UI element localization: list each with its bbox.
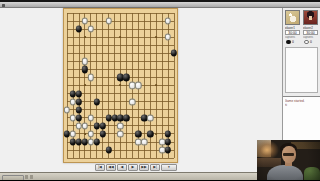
person-head (282, 146, 296, 163)
glasses (283, 153, 294, 156)
board-cell[interactable] (171, 122, 177, 130)
star-point (84, 36, 86, 38)
background-wall (291, 142, 320, 149)
person-neck (285, 161, 292, 166)
board-cell[interactable] (171, 130, 177, 138)
move-nav-button[interactable]: ◀ (117, 164, 127, 171)
move-nav-button[interactable]: ▶▶ (139, 164, 149, 171)
webcam-overlay (257, 140, 320, 180)
window-icon (2, 4, 5, 7)
person-shirt (267, 165, 303, 180)
go-board (63, 8, 178, 163)
taskbar-icon[interactable] (25, 175, 28, 179)
white-player-clock: 30:00 (303, 30, 318, 35)
move-nav-button[interactable]: ▶ (128, 164, 138, 171)
board-cell[interactable] (171, 90, 177, 98)
board-cell[interactable] (171, 81, 177, 89)
person-hair (280, 143, 297, 155)
board-cell[interactable] (171, 114, 177, 122)
black-captures: 0 (286, 39, 294, 45)
board-cell[interactable] (171, 49, 177, 57)
green-cushion (304, 167, 320, 180)
board-cell[interactable] (171, 17, 177, 25)
white-captures-count: 0 (310, 40, 312, 44)
white-captures: 0 (304, 39, 312, 45)
black-player-clock: 30:00 (285, 30, 300, 35)
move-nav: |◀◀◀◀▶▶▶▶|▾ (95, 164, 177, 172)
black-stone-icon (286, 40, 291, 45)
taskbar-start-button[interactable] (2, 175, 24, 181)
star-point (155, 133, 157, 135)
star-point (120, 36, 122, 38)
white-player-avatar (303, 10, 318, 25)
screen: Go game |◀◀◀◀▶▶▶▶|▾ player1 player2 30:0… (0, 0, 320, 180)
star-point (84, 85, 86, 87)
black-player-name: player1 (285, 26, 301, 30)
chat-message: hi (285, 103, 319, 107)
lamp-glow (257, 140, 279, 160)
board-cell[interactable] (171, 57, 177, 65)
board-cell[interactable] (171, 33, 177, 41)
star-point (155, 85, 157, 87)
board-cell[interactable] (171, 9, 177, 17)
board-cell[interactable] (171, 106, 177, 114)
star-point (155, 36, 157, 38)
move-nav-button[interactable]: ▶| (150, 164, 160, 171)
board-cell[interactable] (171, 146, 177, 154)
game-tree-area[interactable] (285, 47, 318, 93)
board-cell[interactable] (171, 41, 177, 49)
black-player-avatar (285, 10, 300, 25)
star-point (120, 85, 122, 87)
move-nav-button[interactable]: ▾ (161, 164, 177, 171)
white-stone-icon (304, 40, 309, 45)
board-cell[interactable] (171, 98, 177, 106)
move-nav-button[interactable]: |◀ (95, 164, 105, 171)
furniture (257, 158, 281, 167)
move-nav-button[interactable]: ◀◀ (106, 164, 116, 171)
white-player-name: player2 (303, 26, 319, 30)
board-cell[interactable] (171, 65, 177, 73)
board-cell[interactable] (171, 25, 177, 33)
board-cell[interactable] (171, 138, 177, 146)
taskbar-icon[interactable] (30, 175, 33, 179)
board-cell[interactable] (171, 73, 177, 81)
black-captures-count: 0 (292, 40, 294, 44)
curtain (257, 140, 271, 157)
black-stone (171, 50, 177, 57)
board-cell[interactable] (171, 154, 177, 162)
star-point (84, 133, 86, 135)
